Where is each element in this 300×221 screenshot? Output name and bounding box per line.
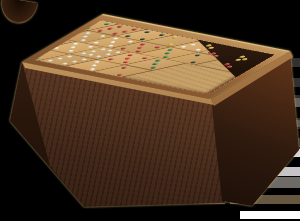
wooden-box	[0, 0, 300, 221]
white-pip	[113, 51, 121, 54]
white-pip	[80, 58, 88, 61]
green-pip	[166, 48, 174, 51]
white-pip	[68, 46, 76, 49]
white-pip	[56, 26, 64, 29]
white-pip	[83, 32, 91, 35]
red-pip	[153, 46, 161, 49]
white-pip	[88, 68, 96, 71]
red-pip	[121, 66, 129, 69]
domino-box-photo	[0, 0, 300, 221]
yellow-pip	[170, 36, 178, 39]
white-pip	[188, 44, 196, 47]
finger-notch[interactable]	[0, 0, 38, 26]
black-pip	[158, 33, 166, 36]
red-pip	[115, 73, 123, 76]
green-pip	[68, 24, 76, 27]
white-pip	[103, 53, 111, 56]
white-pip	[125, 40, 133, 43]
red-pip	[138, 43, 146, 46]
white-pip	[93, 61, 101, 64]
white-pip	[90, 64, 98, 67]
black-pip	[188, 61, 196, 64]
red-pip	[38, 44, 46, 47]
white-pip	[70, 60, 78, 63]
black-pip	[143, 31, 151, 34]
red-pip	[141, 57, 149, 60]
white-pip	[81, 35, 89, 38]
green-pip	[38, 50, 46, 53]
red-pip	[105, 27, 113, 30]
white-pip	[98, 35, 106, 38]
white-pip	[86, 46, 94, 49]
black-pip	[193, 54, 201, 57]
red-pip	[123, 57, 131, 60]
white-pip	[60, 62, 68, 65]
white-pip	[71, 43, 79, 46]
yellow-pip	[207, 47, 215, 50]
red-pip	[58, 40, 66, 43]
green-pip	[153, 59, 161, 62]
green-pip	[88, 20, 96, 22]
red-pip	[120, 30, 128, 33]
yellow-pip	[241, 58, 249, 61]
white-pip	[56, 57, 64, 60]
white-pip	[88, 50, 96, 53]
white-pip	[50, 34, 58, 37]
red-pip	[225, 65, 233, 68]
white-pip	[111, 37, 119, 40]
domino[interactable]	[35, 31, 48, 50]
red-pip	[41, 41, 49, 44]
red-pip	[115, 25, 123, 28]
green-pip	[102, 23, 110, 26]
domino-half	[35, 31, 47, 43]
white-pip	[65, 55, 73, 58]
white-pip	[53, 30, 61, 33]
white-pip	[108, 41, 116, 44]
green-pip	[35, 57, 41, 60]
domino-half	[35, 43, 44, 55]
red-pip	[130, 28, 138, 31]
green-pip	[151, 63, 159, 66]
red-pip	[126, 54, 134, 57]
red-pip	[43, 37, 51, 40]
red-pip	[136, 46, 144, 49]
white-pip	[63, 36, 71, 39]
red-pip	[35, 35, 38, 38]
green-pip	[163, 52, 171, 55]
white-pip	[46, 59, 54, 62]
white-pip	[106, 50, 114, 53]
yellow-pip	[234, 59, 242, 62]
